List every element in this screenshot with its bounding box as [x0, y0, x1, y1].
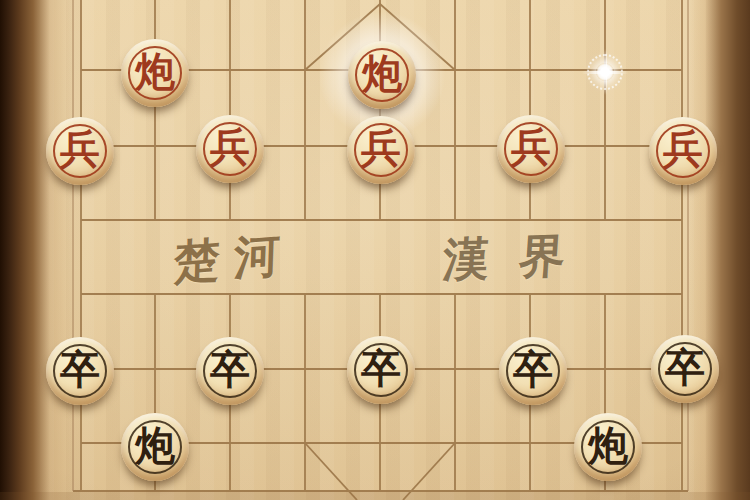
piece-red-soldier-g4[interactable]: 兵	[497, 115, 565, 183]
piece-glyph: 兵	[196, 113, 264, 181]
piece-black-soldier-i7[interactable]: 卒	[651, 335, 719, 403]
move-origin-sparkle-icon	[582, 49, 628, 95]
board-bottom-edge	[0, 492, 750, 500]
piece-black-soldier-c7[interactable]: 卒	[196, 337, 264, 405]
piece-glyph: 炮	[574, 411, 642, 479]
piece-red-soldier-a4[interactable]: 兵	[46, 117, 114, 185]
piece-glyph: 炮	[121, 411, 189, 479]
piece-glyph: 卒	[499, 335, 567, 403]
piece-glyph: 卒	[46, 335, 114, 403]
board-frame-left	[0, 0, 74, 500]
piece-red-cannon-e3[interactable]: 炮	[348, 41, 416, 109]
sparkle-ring	[587, 54, 623, 90]
piece-black-soldier-a7[interactable]: 卒	[46, 337, 114, 405]
piece-glyph: 卒	[196, 335, 264, 403]
river-label-chu-he: 楚河	[173, 231, 294, 286]
sparkle-ray-vertical	[604, 49, 607, 95]
piece-black-cannon-b8[interactable]: 炮	[121, 413, 189, 481]
piece-red-soldier-e4[interactable]: 兵	[347, 116, 415, 184]
sparkle-ray-horizontal	[582, 71, 628, 74]
piece-glyph: 兵	[497, 113, 565, 181]
piece-red-cannon-b3[interactable]: 炮	[121, 39, 189, 107]
piece-black-soldier-g7[interactable]: 卒	[499, 337, 567, 405]
sparkle-core	[596, 63, 614, 81]
piece-glyph: 炮	[121, 37, 189, 105]
piece-glyph: 炮	[348, 39, 416, 107]
piece-red-soldier-i4[interactable]: 兵	[649, 117, 717, 185]
piece-glyph: 兵	[347, 114, 415, 182]
piece-black-cannon-h8[interactable]: 炮	[574, 413, 642, 481]
piece-black-soldier-e7[interactable]: 卒	[347, 336, 415, 404]
piece-glyph: 兵	[649, 115, 717, 183]
piece-glyph: 卒	[651, 333, 719, 401]
river-label-han-jie: 漢界	[441, 231, 596, 282]
piece-glyph: 兵	[46, 115, 114, 183]
piece-red-soldier-c4[interactable]: 兵	[196, 115, 264, 183]
board-frame-right	[688, 0, 750, 500]
piece-glyph: 卒	[347, 334, 415, 402]
xiangqi-board[interactable]: 楚河 漢界 炮炮兵兵兵兵兵卒卒卒卒卒炮炮	[0, 0, 750, 500]
